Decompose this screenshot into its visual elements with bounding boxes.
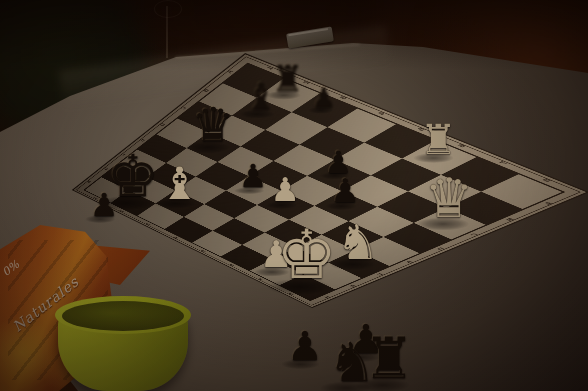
yellow-cup (55, 296, 191, 391)
glass-stem (166, 6, 168, 58)
chess-game-photo: ABCDEFGH ABCDEFGH 12345678 12345678 0% N… (0, 0, 588, 391)
glass-bowl (154, 0, 182, 18)
cup-inside (62, 301, 184, 331)
lighter-highlight (288, 28, 328, 36)
glass-silhouette (148, 0, 188, 64)
